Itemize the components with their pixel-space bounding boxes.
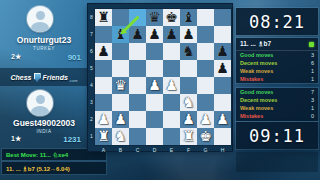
square-d1[interactable] <box>146 128 163 145</box>
bottom-right-panel <box>236 152 318 172</box>
avatar-silhouette-icon <box>36 11 45 20</box>
piece-wP-g2: ♟ <box>197 111 214 128</box>
square-g8[interactable] <box>197 9 214 26</box>
piece-bP-e7: ♟ <box>163 26 180 43</box>
current-move-text: 11. ... ♗b7 <box>240 40 271 48</box>
square-f5[interactable] <box>180 60 197 77</box>
square-a2[interactable]: ♟ <box>95 111 112 128</box>
square-f4[interactable] <box>180 77 197 94</box>
shield-icon <box>34 73 41 82</box>
piece-bB-f8: ♝ <box>180 9 197 26</box>
square-c7[interactable]: ♟ <box>129 26 146 43</box>
square-h2[interactable]: ♟ <box>214 111 231 128</box>
rank-label-3: 3 <box>90 94 94 111</box>
square-g1[interactable]: ♚ <box>197 128 214 145</box>
square-c3[interactable] <box>129 94 146 111</box>
piece-wP-d4: ♟ <box>146 77 163 94</box>
rank-label-7: 7 <box>90 26 94 43</box>
rank-label-4: 4 <box>90 77 94 94</box>
player-stars-bottom: 1★ <box>11 135 21 143</box>
square-a1[interactable]: ♜ <box>95 128 112 145</box>
square-h7[interactable] <box>214 26 231 43</box>
square-b3[interactable] <box>112 94 129 111</box>
player-country-bottom: INDIA <box>2 129 86 134</box>
played-move-bar: 11. ... ♗b7 (5.12→6.04) <box>2 162 106 174</box>
chessfriends-logo: Chess Friends .com <box>0 68 88 86</box>
piece-bP-c7: ♟ <box>129 26 146 43</box>
clock-bottom: 09:11 <box>236 122 318 149</box>
avatar <box>27 6 53 32</box>
square-d8[interactable]: ♛ <box>146 9 163 26</box>
square-c8[interactable] <box>129 9 146 26</box>
played-move-eval-text: 11. ... ♗b7 (5.12→6.04) <box>2 165 70 172</box>
logo-text-com: .com <box>69 78 78 83</box>
square-b1[interactable]: ♞ <box>112 128 129 145</box>
rank-label-8: 8 <box>90 9 94 26</box>
stat-row-mistakes: Mistakes 0 <box>236 112 318 120</box>
square-c1[interactable] <box>129 128 146 145</box>
square-e5[interactable] <box>163 60 180 77</box>
player-country-top: TURKEY <box>2 46 86 51</box>
square-b4[interactable]: ♛ <box>112 77 129 94</box>
piece-wP-b2: ♟ <box>112 111 129 128</box>
square-b8[interactable] <box>112 9 129 26</box>
piece-wQ-b4: ♛ <box>112 77 129 94</box>
square-c5[interactable] <box>129 60 146 77</box>
square-a8[interactable]: ♜ <box>95 9 112 26</box>
file-label-E: E <box>163 146 180 154</box>
clock-top: 08:21 <box>236 8 318 35</box>
logo-text-chess: Chess <box>11 74 32 81</box>
rank-label-5: 5 <box>90 60 94 77</box>
square-h5[interactable]: ♟ <box>214 60 231 77</box>
file-label-C: C <box>129 146 146 154</box>
square-b6[interactable] <box>112 43 129 60</box>
square-e1[interactable] <box>163 128 180 145</box>
stats-panel-top: 11. ... ♗b7 Good moves 3 Decent moves 6 … <box>236 38 318 83</box>
piece-bQ-d8: ♛ <box>146 9 163 26</box>
clock-bottom-time: 09:11 <box>249 126 305 146</box>
chess-board-frame: ♜♛♚♝♝♟♟♟♟♟♞♟♟♛♟♟♞♟♟♟♟♟♜♞♜♚ 87654321 ABCD… <box>88 4 232 151</box>
piece-bB-b7: ♝ <box>112 26 129 43</box>
square-d7[interactable]: ♟ <box>146 26 163 43</box>
player-name-bottom: Guest49002003 <box>2 118 86 128</box>
game-screen: Onurturgut23 TURKEY 2★ 901 Chess Friends… <box>0 0 320 180</box>
player-name-top: Onurturgut23 <box>2 35 86 45</box>
file-label-H: H <box>214 146 231 154</box>
square-g3[interactable] <box>197 94 214 111</box>
logo-text-friends: Friends <box>43 74 68 81</box>
file-label-G: G <box>197 146 214 154</box>
square-b7[interactable]: ♝ <box>112 26 129 43</box>
player-rating-bottom: 1231 <box>63 135 81 144</box>
square-f1[interactable]: ♜ <box>180 128 197 145</box>
piece-wP-e4: ♟ <box>163 77 180 94</box>
square-c6[interactable] <box>129 43 146 60</box>
square-b2[interactable]: ♟ <box>112 111 129 128</box>
square-e6[interactable] <box>163 43 180 60</box>
square-h8[interactable] <box>214 9 231 26</box>
piece-wR-f1: ♜ <box>180 128 197 145</box>
square-g7[interactable] <box>197 26 214 43</box>
square-g6[interactable] <box>197 43 214 60</box>
piece-bP-d7: ♟ <box>146 26 163 43</box>
stat-row-decent: Decent moves 6 <box>236 59 318 67</box>
move-rating-star-icon <box>309 42 314 47</box>
piece-wR-a1: ♜ <box>95 128 112 145</box>
square-g4[interactable] <box>197 77 214 94</box>
stat-row-decent: Decent moves 3 <box>236 96 318 104</box>
stat-row-good: Good moves 3 <box>236 51 318 59</box>
piece-wN-f3: ♞ <box>180 94 197 111</box>
stats-panel-bottom: Good moves 7 Decent moves 3 Weak moves 1… <box>236 88 318 121</box>
square-d4[interactable]: ♟ <box>146 77 163 94</box>
square-e4[interactable]: ♟ <box>163 77 180 94</box>
player-stars-top: 2★ <box>11 53 21 61</box>
rank-label-1: 1 <box>90 128 94 145</box>
rank-label-2: 2 <box>90 111 94 128</box>
piece-bP-f7: ♟ <box>180 26 197 43</box>
square-b5[interactable] <box>112 60 129 77</box>
square-f8[interactable]: ♝ <box>180 9 197 26</box>
piece-wP-h2: ♟ <box>214 111 231 128</box>
square-c2[interactable] <box>129 111 146 128</box>
file-label-F: F <box>180 146 197 154</box>
square-e2[interactable] <box>163 111 180 128</box>
stat-row-weak: Weak moves 1 <box>236 67 318 75</box>
square-a5[interactable] <box>95 60 112 77</box>
square-f7[interactable]: ♟ <box>180 26 197 43</box>
piece-wP-a2: ♟ <box>95 111 112 128</box>
piece-bR-a8: ♜ <box>95 9 112 26</box>
square-a4[interactable] <box>95 77 112 94</box>
player-card-top: Onurturgut23 TURKEY 2★ 901 <box>2 2 86 66</box>
piece-bP-a6: ♟ <box>95 43 112 60</box>
square-e3[interactable] <box>163 94 180 111</box>
avatar-silhouette-icon <box>36 95 45 104</box>
piece-bK-e8: ♚ <box>163 9 180 26</box>
square-h3[interactable] <box>214 94 231 111</box>
square-c4[interactable] <box>129 77 146 94</box>
current-move-row: 11. ... ♗b7 <box>236 38 318 51</box>
square-h4[interactable] <box>214 77 231 94</box>
square-a7[interactable] <box>95 26 112 43</box>
piece-wK-g1: ♚ <box>197 128 214 145</box>
stat-row-mistakes: Mistakes 1 <box>236 75 318 83</box>
stat-row-weak: Weak moves 1 <box>236 104 318 112</box>
file-label-A: A <box>95 146 112 154</box>
avatar <box>27 90 53 116</box>
file-label-B: B <box>112 146 129 154</box>
square-h6[interactable]: ♟ <box>214 43 231 60</box>
square-e7[interactable]: ♟ <box>163 26 180 43</box>
piece-bP-h5: ♟ <box>214 60 231 77</box>
square-h1[interactable] <box>214 128 231 145</box>
player-rating-top: 901 <box>68 53 81 62</box>
rank-label-6: 6 <box>90 43 94 60</box>
square-g2[interactable]: ♟ <box>197 111 214 128</box>
square-f3[interactable]: ♞ <box>180 94 197 111</box>
square-d2[interactable] <box>146 111 163 128</box>
square-a3[interactable] <box>95 94 112 111</box>
player-card-bottom: Guest49002003 INDIA 1★ 1231 <box>2 88 86 146</box>
piece-bP-h6: ♟ <box>214 43 231 60</box>
piece-bN-f6: ♞ <box>180 43 197 60</box>
stat-row-good: Good moves 7 <box>236 88 318 96</box>
square-g5[interactable] <box>197 60 214 77</box>
clock-top-time: 08:21 <box>249 12 305 32</box>
square-d3[interactable] <box>146 94 163 111</box>
square-a6[interactable]: ♟ <box>95 43 112 60</box>
square-f2[interactable]: ♟ <box>180 111 197 128</box>
square-f6[interactable]: ♞ <box>180 43 197 60</box>
best-move-text: Best Move: 11... ♘xe4 <box>2 151 68 158</box>
file-label-D: D <box>146 146 163 154</box>
square-d5[interactable] <box>146 60 163 77</box>
piece-wN-b1: ♞ <box>112 128 129 145</box>
chess-board: ♜♛♚♝♝♟♟♟♟♟♞♟♟♛♟♟♞♟♟♟♟♟♜♞♜♚ <box>95 9 231 145</box>
square-d6[interactable] <box>146 43 163 60</box>
piece-wP-f2: ♟ <box>180 111 197 128</box>
square-e8[interactable]: ♚ <box>163 9 180 26</box>
